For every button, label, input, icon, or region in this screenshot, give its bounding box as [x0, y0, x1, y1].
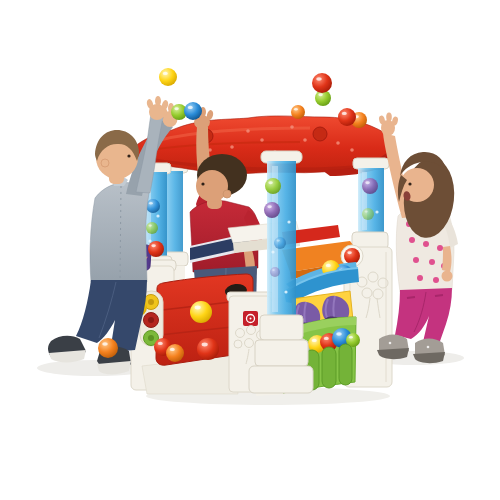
ball-highlight: [102, 342, 108, 346]
red-play-ball: [338, 108, 356, 126]
ball-highlight: [365, 181, 369, 184]
ball-highlight: [277, 240, 280, 242]
ball-highlight: [202, 343, 208, 347]
green-play-ball: [265, 178, 281, 194]
blue-play-ball: [274, 237, 286, 249]
product-photo: PLAY: [0, 0, 500, 500]
green-play-ball: [146, 222, 158, 234]
ball-highlight: [170, 348, 175, 351]
red-play-ball: [312, 73, 332, 93]
blue-play-ball: [184, 102, 202, 120]
ball-highlight: [347, 251, 351, 254]
ball-highlight: [158, 342, 163, 345]
ball-highlight: [267, 205, 271, 208]
ball-highlight: [294, 108, 298, 111]
ball-highlight: [163, 72, 168, 75]
purple-play-ball: [264, 202, 280, 218]
ball-near-feet: [98, 338, 118, 358]
ball-in-hole: [344, 248, 360, 264]
ball-highlight: [312, 339, 317, 342]
orange-play-ball: [291, 105, 305, 119]
ball-highlight: [151, 244, 155, 247]
ball-highlight: [268, 181, 272, 184]
red-play-ball: [344, 248, 360, 264]
red-play-ball: [197, 338, 219, 360]
ball-highlight: [149, 225, 152, 227]
ball-highlight: [272, 269, 275, 271]
yellow-play-ball: [190, 301, 212, 323]
ball-highlight: [326, 264, 331, 267]
ball-highlight: [149, 202, 153, 205]
ball-highlight: [365, 211, 368, 213]
yellow-play-ball: [159, 68, 177, 86]
ball-highlight: [336, 332, 342, 336]
purple-play-ball: [270, 267, 280, 277]
girl-pants: [395, 288, 452, 344]
green-play-ball: [362, 208, 374, 220]
red-play-ball: [148, 241, 164, 257]
left-boy-shirt: [90, 183, 150, 282]
ball-highlight: [195, 306, 201, 310]
ball-highlight: [324, 337, 329, 340]
purple-play-ball: [362, 178, 378, 194]
middle-boy-face: [196, 170, 228, 202]
orange-play-ball: [98, 338, 118, 358]
orange-play-ball: [166, 344, 184, 362]
ball-highlight: [174, 107, 178, 110]
scene-illustration: PLAY: [0, 0, 500, 500]
ball-highlight: [342, 112, 347, 115]
ball-highlight: [349, 336, 353, 339]
ball-highlight: [316, 77, 322, 81]
ball-highlight: [318, 93, 322, 96]
ball-highlight: [188, 106, 193, 109]
